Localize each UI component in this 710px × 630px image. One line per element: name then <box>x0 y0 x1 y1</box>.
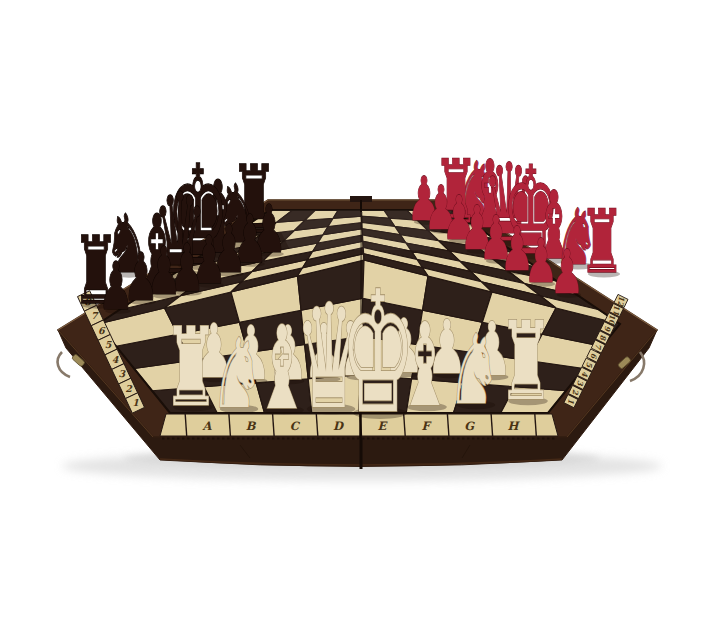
rank-label-left: 1 <box>132 397 139 408</box>
piece-red-rook[interactable]: ♜ <box>580 191 625 293</box>
piece-black-pawn[interactable]: ♟ <box>98 247 134 324</box>
piece-white-bishop[interactable]: ♝ <box>254 301 310 435</box>
photo-stage: ABCDEFGH87654321121110987654321 ♞♟♜♝♟♜♟♛… <box>0 0 710 630</box>
piece-red-pawn[interactable]: ♟ <box>550 237 584 308</box>
piece-white-knight[interactable]: ♞ <box>447 314 501 426</box>
rank-label-right: 1 <box>566 398 576 404</box>
three-player-chess-board: ABCDEFGH87654321121110987654321 ♞♟♜♝♟♜♟♛… <box>0 0 710 630</box>
left-clasp-hook[interactable] <box>58 352 70 377</box>
rank-label-left: 4 <box>112 354 119 365</box>
piece-white-king[interactable]: ♚ <box>340 255 415 450</box>
piece-white-rook[interactable]: ♜ <box>498 298 554 424</box>
